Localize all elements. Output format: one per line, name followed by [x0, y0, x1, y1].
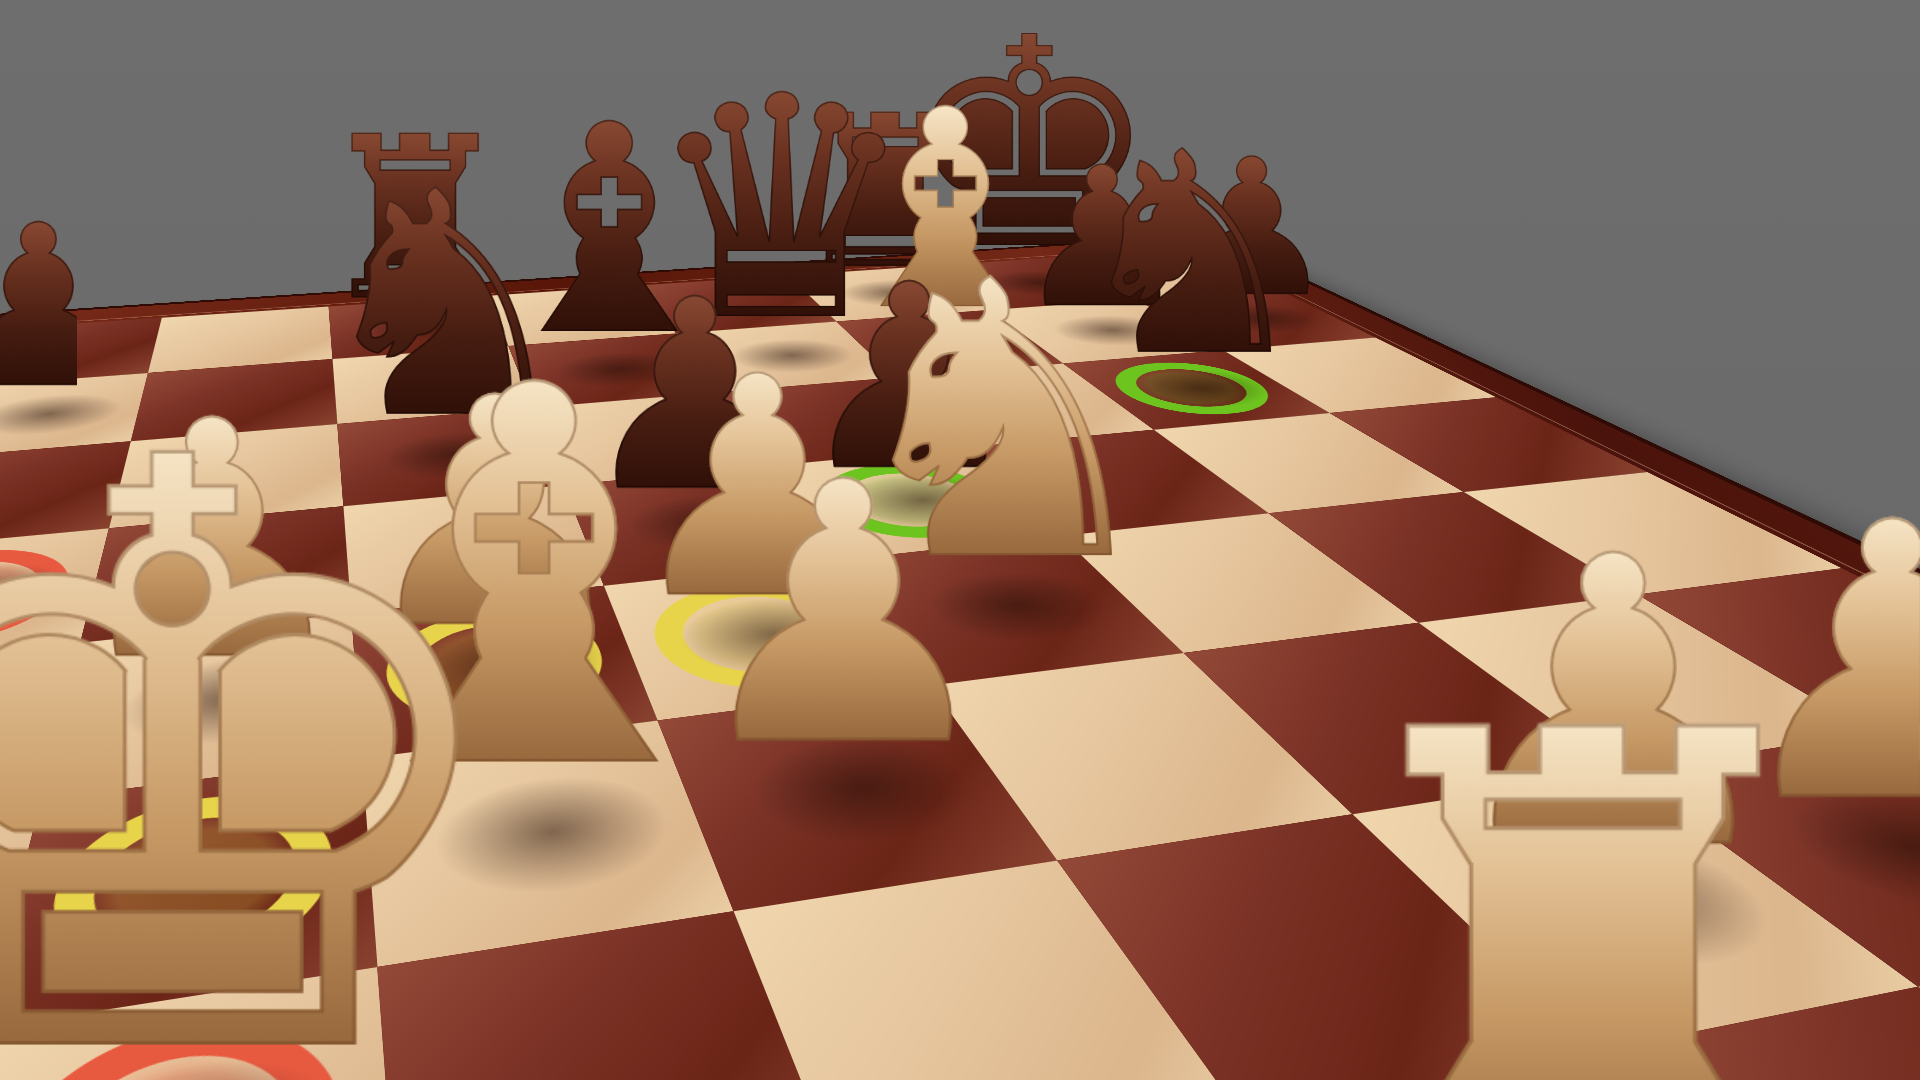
chess-board-3d: ♜♜♚♟♝♛♝♟♟♞♞♝♟♟♟♟♟♞♝♟♚♟♟♜ — [0, 236, 1920, 1080]
piece-white-rook[interactable]: ♜ — [1246, 1051, 1920, 1080]
chess-3d-scene: ♜♜♚♟♝♛♝♟♟♞♞♝♟♟♟♟♟♞♝♟♚♟♟♜ — [0, 0, 1920, 1080]
white-rook-glyph: ♜ — [1026, 669, 1920, 1080]
white-king-glyph: ♚ — [0, 379, 687, 1080]
piece-white-king[interactable]: ♚ — [0, 967, 401, 1080]
